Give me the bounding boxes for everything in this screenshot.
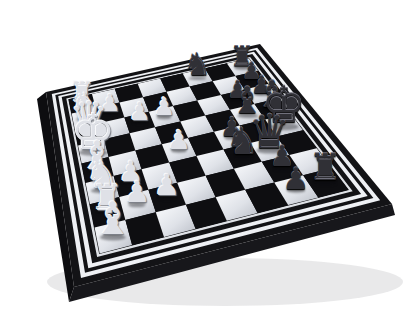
- white-pawn-c4[interactable]: ♟: [153, 95, 175, 120]
- piece-glyph: ♟: [282, 163, 309, 193]
- piece-glyph: ♟: [128, 101, 150, 126]
- white-bishop-h1[interactable]: ♝: [93, 197, 133, 242]
- black-knight-f6[interactable]: ♞: [226, 123, 260, 160]
- chess-set-photo: ♜♞♛♚♝♞♜♝♟♟♟♟♟♟♟♜♟♟♝♚♝♟♛♟♟♞♟♞♜: [0, 0, 416, 333]
- piece-glyph: ♝: [93, 197, 133, 242]
- piece-glyph: ♞: [184, 50, 212, 81]
- piece-glyph: ♟: [167, 127, 191, 153]
- piece-glyph: ♜: [309, 150, 342, 187]
- white-pawn-e4[interactable]: ♟: [167, 127, 191, 153]
- white-pawn-g3[interactable]: ♟: [154, 171, 180, 200]
- piece-glyph: ♞: [226, 123, 260, 160]
- piece-glyph: ♟: [153, 95, 175, 120]
- piece-glyph: ♟: [154, 171, 180, 200]
- black-knight-a6[interactable]: ♞: [184, 50, 212, 81]
- black-rook-h8[interactable]: ♜: [309, 150, 342, 187]
- black-pawn-h7[interactable]: ♟: [282, 163, 309, 193]
- white-pawn-c3[interactable]: ♟: [128, 101, 150, 126]
